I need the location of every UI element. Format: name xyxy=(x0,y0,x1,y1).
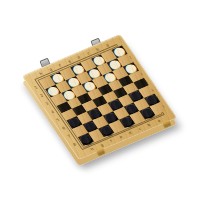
coordinate-label: h xyxy=(35,70,47,78)
coordinate-label: f xyxy=(105,137,117,145)
checkers-board: hgfedcba hgfedcba 12345678 12345678 ●●●●… xyxy=(22,34,177,160)
coordinate-label: b xyxy=(143,121,155,129)
coordinate-label: 8 xyxy=(70,140,80,150)
product-photo-scene: hgfedcba hgfedcba 12345678 12345678 ●●●●… xyxy=(0,0,200,200)
coordinate-label: d xyxy=(124,129,136,137)
